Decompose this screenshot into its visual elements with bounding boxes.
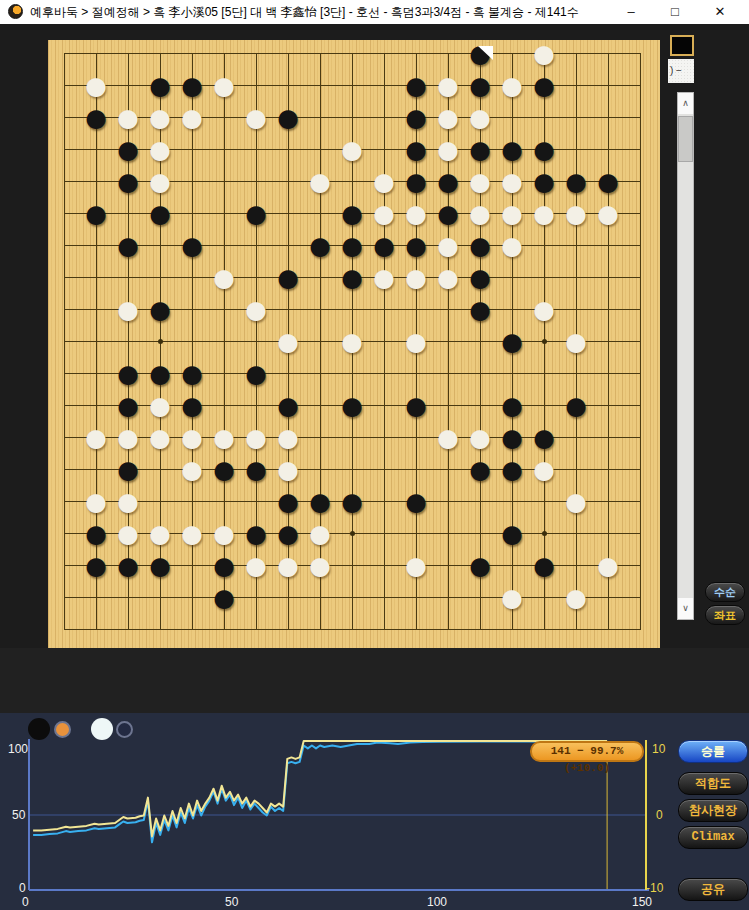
black-stone: ● [80, 197, 112, 229]
board-cell[interactable]: ● [336, 485, 368, 517]
board-cell[interactable] [176, 261, 208, 293]
board-cell[interactable]: ● [144, 549, 176, 581]
board-cell[interactable]: ● [272, 325, 304, 357]
window-title: 예후바둑 > 절예정해 > 흑 李小溪05 [5단] 대 백 李鑫怡 [3단] … [30, 4, 579, 21]
app-window: 예후바둑 > 절예정해 > 흑 李小溪05 [5단] 대 백 李鑫怡 [3단] … [0, 0, 749, 910]
board-cell[interactable] [560, 613, 592, 645]
board-cell[interactable] [176, 133, 208, 165]
board-cell[interactable] [624, 197, 656, 229]
board-cell[interactable] [624, 165, 656, 197]
black-stone: ● [80, 549, 112, 581]
board-cell[interactable] [400, 581, 432, 613]
board-cell[interactable]: ● [144, 293, 176, 325]
board-cell[interactable] [80, 581, 112, 613]
board-cell[interactable]: ● [272, 101, 304, 133]
board-cell[interactable]: ● [208, 69, 240, 101]
board-cell[interactable] [304, 69, 336, 101]
board-cell[interactable] [624, 485, 656, 517]
board-cell[interactable] [304, 325, 336, 357]
board-cell[interactable] [592, 37, 624, 69]
board-cell[interactable] [592, 229, 624, 261]
board-cell[interactable]: ● [560, 389, 592, 421]
board-cell[interactable] [368, 549, 400, 581]
board-cell[interactable] [176, 293, 208, 325]
board-cell[interactable] [176, 613, 208, 645]
board-cell[interactable] [528, 325, 560, 357]
board-cell[interactable] [592, 613, 624, 645]
scrollbar-thumb[interactable] [678, 116, 693, 162]
maximize-button[interactable]: □ [662, 2, 688, 22]
go-board[interactable]: ●●●●●●●●●●●●●●●●●●●●●●●●●●●●●●●●●●●●●●●●… [48, 40, 660, 648]
board-cell[interactable] [432, 613, 464, 645]
board-cell[interactable]: ● [592, 549, 624, 581]
board-cell[interactable] [432, 485, 464, 517]
ytick-left-100: 100 [8, 742, 28, 756]
board-cell[interactable]: ● [560, 197, 592, 229]
fitness-tab-button[interactable]: 적합도 [678, 772, 748, 795]
board-cell[interactable] [208, 165, 240, 197]
board-cell[interactable] [304, 581, 336, 613]
board-cell[interactable]: ● [336, 325, 368, 357]
board-cell[interactable] [48, 293, 80, 325]
ytick-right-10: 10 [652, 742, 665, 756]
board-cell[interactable] [368, 613, 400, 645]
black-stone: ● [208, 453, 240, 485]
board-cell[interactable] [272, 581, 304, 613]
white-stone: ● [496, 581, 528, 613]
board-cell[interactable] [496, 613, 528, 645]
scroll-up-icon[interactable]: ∧ [678, 93, 693, 114]
board-cell[interactable] [48, 485, 80, 517]
board-cell[interactable]: ● [464, 453, 496, 485]
white-stone: ● [144, 421, 176, 453]
board-cell[interactable]: ● [528, 453, 560, 485]
move-list-scrollbar[interactable]: ∧ ∨ [677, 92, 694, 620]
board-cell[interactable] [48, 421, 80, 453]
board-cell[interactable] [272, 197, 304, 229]
clipped-info-box: ) − [668, 59, 694, 83]
board-cell[interactable]: ● [496, 581, 528, 613]
board-cell[interactable] [624, 133, 656, 165]
stone-preview-box [670, 35, 694, 56]
side-panel: ) − ∧ ∨ 수순 좌표 [660, 24, 749, 713]
board-cell[interactable]: ● [240, 293, 272, 325]
board-cell[interactable] [80, 229, 112, 261]
board-cell[interactable] [48, 69, 80, 101]
board-cell[interactable] [368, 69, 400, 101]
board-cell[interactable] [592, 389, 624, 421]
board-cell[interactable] [80, 325, 112, 357]
board-cell[interactable]: ● [80, 197, 112, 229]
board-cell[interactable]: ● [208, 261, 240, 293]
white-stone: ● [240, 293, 272, 325]
board-cell[interactable] [208, 133, 240, 165]
board-cell[interactable] [304, 101, 336, 133]
board-cell[interactable] [496, 261, 528, 293]
white-stone: ● [592, 549, 624, 581]
board-cell[interactable] [592, 421, 624, 453]
board-cell[interactable] [208, 293, 240, 325]
board-cell[interactable] [208, 101, 240, 133]
board-cell[interactable]: ● [560, 581, 592, 613]
board-cell[interactable] [304, 421, 336, 453]
board-cell[interactable] [432, 293, 464, 325]
board-cell[interactable] [368, 421, 400, 453]
board-cell[interactable] [80, 613, 112, 645]
board-cell[interactable] [624, 325, 656, 357]
board-cell[interactable] [368, 517, 400, 549]
board-cell[interactable] [48, 197, 80, 229]
board-cell[interactable] [48, 101, 80, 133]
board-cell[interactable] [336, 549, 368, 581]
board-cell[interactable]: ● [336, 133, 368, 165]
xtick-150: 150 [632, 895, 652, 909]
black-stone: ● [240, 453, 272, 485]
board-cell[interactable]: ● [560, 485, 592, 517]
board-cell[interactable] [432, 581, 464, 613]
board-cell[interactable] [336, 421, 368, 453]
board-cell[interactable] [176, 165, 208, 197]
black-stone: ● [336, 261, 368, 293]
board-cell[interactable] [368, 325, 400, 357]
board-cell[interactable]: ● [240, 101, 272, 133]
board-cell[interactable] [432, 453, 464, 485]
black-stone: ● [208, 581, 240, 613]
winrate-tab-button[interactable]: 승률 [678, 740, 748, 763]
white-stone: ● [528, 453, 560, 485]
board-cell[interactable] [176, 549, 208, 581]
board-cell[interactable] [48, 357, 80, 389]
board-cell[interactable]: ● [240, 197, 272, 229]
board-cell[interactable]: ● [304, 229, 336, 261]
board-cell[interactable] [80, 357, 112, 389]
board-cell[interactable]: ● [112, 165, 144, 197]
board-cell[interactable] [592, 293, 624, 325]
board-cell[interactable] [560, 261, 592, 293]
black-stone: ● [496, 325, 528, 357]
board-cell[interactable]: ● [496, 517, 528, 549]
white-stone: ● [560, 581, 592, 613]
stones-layer: ●●●●●●●●●●●●●●●●●●●●●●●●●●●●●●●●●●●●●●●●… [48, 37, 656, 645]
board-cell[interactable]: ● [336, 261, 368, 293]
board-cell[interactable]: ● [400, 261, 432, 293]
black-stone: ● [112, 549, 144, 581]
board-cell[interactable] [48, 389, 80, 421]
board-cell[interactable] [144, 613, 176, 645]
board-cell[interactable] [304, 389, 336, 421]
board-cell[interactable] [304, 37, 336, 69]
board-cell[interactable] [48, 613, 80, 645]
white-stone: ● [560, 197, 592, 229]
board-cell[interactable] [112, 613, 144, 645]
board-cell[interactable] [432, 325, 464, 357]
board-cell[interactable]: ● [144, 421, 176, 453]
board-cell[interactable] [592, 325, 624, 357]
white-stone: ● [208, 69, 240, 101]
share-button[interactable]: 공유 [678, 878, 748, 901]
board-cell[interactable]: ● [112, 549, 144, 581]
board-cell[interactable]: ● [496, 325, 528, 357]
board-cell[interactable]: ● [400, 325, 432, 357]
board-cell[interactable] [112, 581, 144, 613]
board-cell[interactable] [272, 37, 304, 69]
board-cell[interactable] [336, 37, 368, 69]
black-stone: ● [240, 197, 272, 229]
board-cell[interactable] [48, 229, 80, 261]
board-cell[interactable] [368, 293, 400, 325]
black-stone: ● [144, 197, 176, 229]
xtick-0: 0 [22, 895, 29, 909]
white-stone: ● [176, 101, 208, 133]
board-cell[interactable] [528, 613, 560, 645]
black-stone: ● [464, 293, 496, 325]
close-button[interactable]: ✕ [707, 2, 733, 22]
board-cell[interactable] [400, 613, 432, 645]
board-cell[interactable] [368, 37, 400, 69]
board-cell[interactable] [592, 261, 624, 293]
board-cell[interactable]: ● [432, 261, 464, 293]
board-cell[interactable]: ● [272, 261, 304, 293]
black-stone: ● [336, 389, 368, 421]
board-cell[interactable] [560, 229, 592, 261]
board-cell[interactable]: ● [368, 261, 400, 293]
board-cell[interactable] [528, 357, 560, 389]
board-cell[interactable] [144, 581, 176, 613]
toolbar-band: |◀◀◀◀▶▶▶▶| GO 자동 검토시작 형세판단 ? 최고를 보여 [0, 648, 749, 713]
board-cell[interactable] [560, 69, 592, 101]
board-cell[interactable] [528, 229, 560, 261]
coordinates-button[interactable]: 좌표 [705, 605, 745, 625]
board-cell[interactable] [592, 69, 624, 101]
board-cell[interactable] [528, 581, 560, 613]
board-cell[interactable] [368, 581, 400, 613]
board-cell[interactable] [208, 197, 240, 229]
board-cell[interactable] [624, 421, 656, 453]
board-cell[interactable] [272, 165, 304, 197]
board-cell[interactable]: ● [528, 197, 560, 229]
ytick-right-m10: -10 [646, 881, 663, 895]
board-cell[interactable]: ● [304, 165, 336, 197]
black-stone: ● [144, 549, 176, 581]
board-cell[interactable]: ● [112, 229, 144, 261]
board-cell[interactable] [208, 325, 240, 357]
black-stone: ● [240, 357, 272, 389]
white-stone: ● [80, 421, 112, 453]
board-cell[interactable]: ● [496, 229, 528, 261]
board-cell[interactable] [624, 453, 656, 485]
board-cell[interactable]: ● [144, 197, 176, 229]
board-cell[interactable]: ● [336, 389, 368, 421]
board-cell[interactable] [464, 485, 496, 517]
climax-tab-button[interactable]: Climax [678, 826, 748, 849]
board-cell[interactable]: ● [464, 549, 496, 581]
board-cell[interactable]: ● [240, 453, 272, 485]
board-cell[interactable]: ● [272, 549, 304, 581]
board-cell[interactable]: ● [432, 421, 464, 453]
board-cell[interactable] [400, 421, 432, 453]
board-cell[interactable] [432, 517, 464, 549]
black-stone: ● [144, 293, 176, 325]
board-cell[interactable]: ● [496, 453, 528, 485]
white-stone: ● [304, 549, 336, 581]
black-stone: ● [496, 453, 528, 485]
white-stone: ● [432, 421, 464, 453]
board-cell[interactable]: ● [400, 549, 432, 581]
board-cell[interactable] [432, 549, 464, 581]
board-cell[interactable]: ● [208, 581, 240, 613]
board-cell[interactable] [80, 293, 112, 325]
board-cell[interactable] [368, 453, 400, 485]
board-cell[interactable] [144, 453, 176, 485]
white-stone: ● [304, 165, 336, 197]
white-stone: ● [400, 325, 432, 357]
board-cell[interactable]: ● [176, 229, 208, 261]
board-cell[interactable] [560, 517, 592, 549]
board-cell[interactable] [80, 261, 112, 293]
board-cell[interactable] [304, 261, 336, 293]
board-cell[interactable] [240, 37, 272, 69]
white-stone: ● [240, 101, 272, 133]
board-cell[interactable] [48, 549, 80, 581]
board-cell[interactable]: ● [464, 293, 496, 325]
board-cell[interactable] [432, 357, 464, 389]
board-cell[interactable] [336, 581, 368, 613]
board-cell[interactable] [336, 517, 368, 549]
board-cell[interactable] [48, 325, 80, 357]
board-cell[interactable]: ● [176, 517, 208, 549]
board-cell[interactable] [624, 613, 656, 645]
black-stone: ● [560, 389, 592, 421]
board-cell[interactable] [272, 613, 304, 645]
black-stone: ● [112, 165, 144, 197]
board-cell[interactable] [240, 613, 272, 645]
board-cell[interactable]: ● [208, 453, 240, 485]
board-cell[interactable]: ● [176, 101, 208, 133]
board-cell[interactable] [336, 613, 368, 645]
board-cell[interactable] [624, 549, 656, 581]
board-cell[interactable] [48, 261, 80, 293]
scroll-down-icon[interactable]: ∨ [678, 598, 693, 619]
board-cell[interactable] [464, 325, 496, 357]
board-cell[interactable] [48, 165, 80, 197]
board-cell[interactable] [368, 485, 400, 517]
disaster-tab-button[interactable]: 참사현장 [678, 799, 748, 822]
move-numbers-button[interactable]: 수순 [705, 582, 745, 602]
white-stone: ● [368, 261, 400, 293]
board-cell[interactable] [592, 101, 624, 133]
board-cell[interactable] [464, 357, 496, 389]
white-stone: ● [336, 133, 368, 165]
white-stone: ● [272, 325, 304, 357]
board-cell[interactable] [48, 37, 80, 69]
board-cell[interactable] [560, 101, 592, 133]
board-cell[interactable] [48, 517, 80, 549]
board-cell[interactable] [624, 389, 656, 421]
board-cell[interactable] [624, 293, 656, 325]
board-cell[interactable] [48, 453, 80, 485]
board-cell[interactable]: ● [176, 453, 208, 485]
title-bar: 예후바둑 > 절예정해 > 흑 李小溪05 [5단] 대 백 李鑫怡 [3단] … [0, 0, 749, 24]
black-stone: ● [304, 229, 336, 261]
board-cell[interactable] [240, 581, 272, 613]
board-cell[interactable] [592, 357, 624, 389]
board-cell[interactable] [624, 261, 656, 293]
board-cell[interactable] [368, 389, 400, 421]
board-cell[interactable] [624, 517, 656, 549]
board-cell[interactable] [336, 69, 368, 101]
board-cell[interactable] [464, 581, 496, 613]
board-cell[interactable] [624, 357, 656, 389]
board-cell[interactable]: ● [80, 549, 112, 581]
board-cell[interactable]: ● [592, 197, 624, 229]
board-cell[interactable] [624, 37, 656, 69]
board-cell[interactable] [112, 37, 144, 69]
board-cell[interactable] [304, 293, 336, 325]
board-cell[interactable] [80, 133, 112, 165]
board-cell[interactable] [48, 133, 80, 165]
last-move-marker-icon [478, 46, 493, 60]
white-stone: ● [560, 325, 592, 357]
board-cell[interactable] [368, 357, 400, 389]
board-cell[interactable]: ● [304, 549, 336, 581]
board-cell[interactable] [624, 229, 656, 261]
board-cell[interactable] [624, 581, 656, 613]
white-stone: ● [272, 549, 304, 581]
minimize-button[interactable]: – [618, 2, 644, 22]
board-cell[interactable]: ● [80, 101, 112, 133]
board-cell[interactable] [624, 69, 656, 101]
board-cell[interactable] [48, 581, 80, 613]
board-cell[interactable]: ● [528, 549, 560, 581]
board-cell[interactable] [208, 613, 240, 645]
black-stone: ● [496, 517, 528, 549]
board-cell[interactable] [624, 101, 656, 133]
ytick-right-0: 0 [656, 808, 663, 822]
black-stone: ● [336, 485, 368, 517]
board-cell[interactable]: ● [400, 389, 432, 421]
board-cell[interactable] [592, 485, 624, 517]
board-cell[interactable] [144, 229, 176, 261]
board-cell[interactable] [528, 485, 560, 517]
board-cell[interactable]: ● [240, 357, 272, 389]
black-win-rate-pct-line [33, 741, 607, 842]
board-cell[interactable] [464, 613, 496, 645]
board-cell[interactable] [208, 357, 240, 389]
black-stone: ● [464, 549, 496, 581]
board-cell[interactable]: ● [80, 421, 112, 453]
board-cell[interactable] [240, 229, 272, 261]
board-cell[interactable]: ● [400, 485, 432, 517]
board-cell[interactable]: ● [528, 293, 560, 325]
board-cell[interactable] [304, 357, 336, 389]
white-stone: ● [496, 229, 528, 261]
board-cell[interactable]: ● [112, 293, 144, 325]
board-cell[interactable] [272, 133, 304, 165]
board-cell[interactable] [176, 581, 208, 613]
board-cell[interactable]: ● [560, 325, 592, 357]
white-stone: ● [176, 453, 208, 485]
board-cell[interactable]: ● [240, 549, 272, 581]
board-cell[interactable] [592, 581, 624, 613]
board-cell[interactable]: ● [528, 69, 560, 101]
board-cell[interactable] [560, 421, 592, 453]
board-cell[interactable]: ● [496, 69, 528, 101]
board-cell[interactable] [240, 133, 272, 165]
board-cell[interactable] [592, 453, 624, 485]
board-cell[interactable] [368, 101, 400, 133]
board-cell[interactable] [560, 37, 592, 69]
board-cell[interactable] [304, 613, 336, 645]
